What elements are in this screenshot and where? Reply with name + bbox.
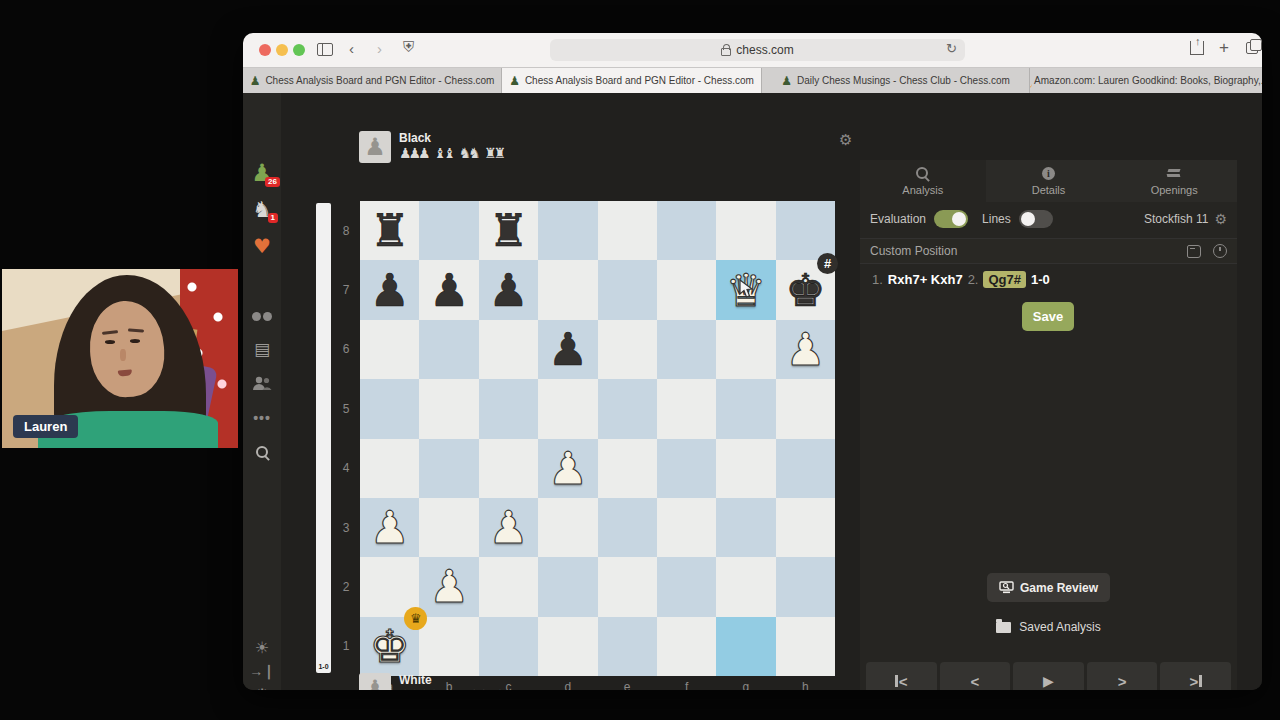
square-g4[interactable] [716, 439, 775, 498]
square-c7[interactable]: ♟ [479, 260, 538, 319]
saved-analysis-link[interactable]: Saved Analysis [860, 620, 1237, 634]
sidebar-toggle-icon[interactable] [317, 43, 333, 56]
square-b8[interactable] [419, 201, 478, 260]
white-avatar[interactable]: ♟ [359, 673, 391, 690]
sign-in-icon: →❘ [249, 663, 275, 679]
square-g1[interactable] [716, 617, 775, 676]
browser-titlebar: ‹ › ⛨ chess.com ↻ ↑ + [243, 33, 1262, 68]
square-a6[interactable] [360, 320, 419, 379]
playback-controls: < < ▶ > > [866, 662, 1231, 690]
white-king-a1: ♚ [370, 624, 410, 669]
square-h7[interactable]: ♚# [776, 260, 835, 319]
previous-move-button[interactable]: < [940, 662, 1011, 690]
move-2-selected[interactable]: Qg7# [983, 271, 1026, 288]
square-f8[interactable] [657, 201, 716, 260]
custom-position-row: Custom Position [860, 238, 1237, 264]
square-c1[interactable] [479, 617, 538, 676]
white-pawn-b2: ♟ [429, 564, 469, 609]
evaluation-result: 1-0 [316, 663, 331, 670]
square-f3[interactable] [657, 498, 716, 557]
square-d4[interactable]: ♟ [538, 439, 597, 498]
white-pawn-a3: ♟ [370, 505, 410, 550]
rank-label-5: 5 [337, 379, 355, 438]
evaluation-toggle[interactable] [934, 210, 968, 228]
black-pawn-c7: ♟ [488, 268, 528, 313]
square-e4[interactable] [598, 439, 657, 498]
square-a4[interactable] [360, 439, 419, 498]
square-g2[interactable] [716, 557, 775, 616]
rank-label-4: 4 [337, 439, 355, 498]
tab-details[interactable]: i Details [986, 160, 1112, 202]
file-label-e: e [598, 680, 657, 690]
url-bar[interactable]: chess.com ↻ [550, 39, 965, 61]
square-e1[interactable] [598, 617, 657, 676]
sidebar-item-search[interactable] [243, 445, 281, 463]
move-1[interactable]: Rxh7+ Kxh7 [888, 272, 963, 287]
black-pawn-b7: ♟ [429, 268, 469, 313]
rank-label-2: 2 [337, 557, 355, 616]
square-h8[interactable] [776, 201, 835, 260]
rank-label-7: 7 [337, 260, 355, 319]
square-g3[interactable] [716, 498, 775, 557]
sidebar-item-play[interactable]: ♟ 26 [243, 161, 281, 185]
square-d6[interactable]: ♟ [538, 320, 597, 379]
details-info-icon: i [1042, 167, 1055, 180]
square-h2[interactable] [776, 557, 835, 616]
avatar-pawn-icon: ♟ [364, 677, 386, 690]
square-a5[interactable] [360, 379, 419, 438]
square-c5[interactable] [479, 379, 538, 438]
square-b4[interactable] [419, 439, 478, 498]
analysis-panel: Analysis i Details Openings Evaluation L… [860, 160, 1237, 690]
black-rook-c8: ♜ [488, 208, 528, 253]
close-window-button[interactable] [259, 44, 271, 56]
clock-icon[interactable] [1213, 244, 1227, 258]
reload-icon[interactable]: ↻ [946, 42, 957, 55]
settings-gear-icon: ⚙ [254, 685, 269, 690]
go-to-start-button[interactable]: < [866, 662, 937, 690]
person-eye [105, 340, 115, 344]
rank-label-6: 6 [337, 320, 355, 379]
square-d8[interactable] [538, 201, 597, 260]
share-icon[interactable]: ↑ [1190, 41, 1204, 55]
white-pawn-h6: ♟ [785, 327, 825, 372]
person-eye [130, 339, 140, 343]
tab-2-active[interactable]: ♟ Chess Analysis Board and PGN Editor - … [502, 68, 762, 93]
square-b2[interactable]: ♟ [419, 557, 478, 616]
sidebar-item-more[interactable]: ••• [243, 410, 281, 426]
square-e5[interactable] [598, 379, 657, 438]
sidebar-item-settings[interactable]: ⚙ [243, 687, 281, 690]
captured-group: ♜♜ [484, 145, 503, 161]
board-settings-gear-icon[interactable]: ⚙ [839, 133, 852, 148]
next-move-button[interactable]: > [1087, 662, 1158, 690]
square-h1[interactable] [776, 617, 835, 676]
black-rook-a8: ♜ [370, 208, 410, 253]
rank-label-1: 1 [337, 617, 355, 676]
square-e2[interactable] [598, 557, 657, 616]
webcam-name-tag: Lauren [13, 415, 78, 438]
chess-board: ♜♜♟♟♟♛♚#♟♟♟♟♟♟♚♛ [360, 201, 835, 676]
play-button[interactable]: ▶ [1013, 662, 1084, 690]
move-number-2: 2. [968, 272, 979, 287]
sidebar-item-theme[interactable]: ☀ [243, 639, 281, 657]
custom-position-label: Custom Position [870, 244, 957, 258]
video-frame: ‹ › ⛨ chess.com ↻ ↑ + ♟ Chess Analysis B… [0, 0, 1280, 720]
winner-crown-badge: ♛ [404, 607, 427, 630]
square-d5[interactable] [538, 379, 597, 438]
square-h6[interactable]: ♟ [776, 320, 835, 379]
sidebar-item-news[interactable]: ▤ [243, 341, 281, 359]
file-label-f: f [657, 680, 716, 690]
square-h5[interactable] [776, 379, 835, 438]
captured-group: ♞♞ [459, 145, 478, 161]
captured-group: ♟♟♟♟ [399, 687, 437, 690]
engine-toggle-row: Evaluation Lines Stockfish 11 ⚙ [860, 202, 1237, 236]
forward-button[interactable]: › [377, 40, 382, 57]
square-d3[interactable] [538, 498, 597, 557]
square-c8[interactable]: ♜ [479, 201, 538, 260]
square-c3[interactable]: ♟ [479, 498, 538, 557]
privacy-shield-icon[interactable]: ⛨ [403, 40, 414, 55]
square-f7[interactable] [657, 260, 716, 319]
chesscom-favicon: ♟ [250, 75, 261, 87]
captured-group: ♝♝ [434, 145, 453, 161]
evaluation-bar: 1-0 [316, 203, 331, 673]
sidebar-item-puzzles[interactable]: ♞ 1 [243, 199, 281, 221]
tab-analysis[interactable]: Analysis [860, 160, 986, 202]
tab-4[interactable]: a Amazon.com: Lauren Goodkind: Books, Bi… [1030, 68, 1262, 93]
black-player-name: Black [399, 131, 503, 145]
rank-label-3: 3 [337, 498, 355, 557]
panel-tabs: Analysis i Details Openings [860, 160, 1237, 202]
square-b3[interactable] [419, 498, 478, 557]
tab-openings[interactable]: Openings [1111, 160, 1237, 202]
square-e7[interactable] [598, 260, 657, 319]
tab-1[interactable]: ♟ Chess Analysis Board and PGN Editor - … [243, 68, 502, 93]
square-c4[interactable] [479, 439, 538, 498]
square-a3[interactable]: ♟ [360, 498, 419, 557]
square-f6[interactable] [657, 320, 716, 379]
square-d1[interactable] [538, 617, 597, 676]
lock-icon [721, 48, 731, 56]
evaluation-label: Evaluation [870, 212, 926, 226]
black-avatar[interactable]: ♟ [359, 131, 391, 163]
chesscom-favicon: ♟ [509, 75, 520, 87]
captured-group: ♛ [493, 687, 503, 690]
black-pawn-a7: ♟ [370, 268, 410, 313]
square-g8[interactable] [716, 201, 775, 260]
chesscom-favicon: ♟ [781, 75, 792, 87]
white-pawn-c3: ♟ [488, 505, 528, 550]
lines-label: Lines [982, 212, 1011, 226]
black-pawn-d6: ♟ [548, 327, 588, 372]
opening-book-icon[interactable] [1187, 245, 1201, 258]
person-nose [120, 349, 126, 361]
square-g5[interactable] [716, 379, 775, 438]
black-king-h7: ♚ [785, 268, 825, 313]
checkmate-badge: # [817, 253, 838, 274]
square-e6[interactable] [598, 320, 657, 379]
white-captured-pieces: ♟♟♟♟♝♝♞♞♛ [399, 687, 503, 690]
game-review-button[interactable]: Game Review [987, 573, 1110, 602]
save-button[interactable]: Save [1022, 302, 1074, 331]
play-badge: 26 [265, 177, 280, 187]
captured-group: ♞♞ [468, 687, 487, 690]
file-label-d: d [538, 680, 597, 690]
mouse-cursor [739, 279, 755, 299]
sidebar-item-watch[interactable] [243, 309, 281, 321]
go-to-end-button[interactable]: > [1160, 662, 1231, 690]
url-text: chess.com [736, 43, 793, 57]
square-h3[interactable] [776, 498, 835, 557]
chesscom-sidebar: ♟ 26 ♞ 1 ♥ ▤ [243, 93, 281, 690]
binoculars-icon [252, 312, 272, 321]
move-list: 1. Rxh7+ Kxh7 2. Qg7# 1-0 [860, 266, 1237, 292]
engine-name: Stockfish 11 [1144, 212, 1208, 226]
square-a7[interactable]: ♟ [360, 260, 419, 319]
new-tab-button[interactable]: + [1219, 38, 1229, 58]
tab-strip: ♟ Chess Analysis Board and PGN Editor - … [243, 68, 1262, 93]
lessons-heart-icon: ♥ [253, 234, 271, 258]
sidebar-item-lessons[interactable]: ♥ [243, 236, 281, 257]
square-f4[interactable] [657, 439, 716, 498]
game-review-icon [999, 581, 1014, 594]
back-button[interactable]: ‹ [349, 40, 354, 57]
folder-icon [996, 622, 1011, 633]
light-mode-icon: ☀ [255, 638, 269, 657]
webcam-video: Lauren [2, 269, 238, 448]
square-b1[interactable] [419, 617, 478, 676]
rank-label-8: 8 [337, 201, 355, 260]
square-e8[interactable] [598, 201, 657, 260]
square-f2[interactable] [657, 557, 716, 616]
white-player-name: White [399, 673, 503, 687]
square-c6[interactable] [479, 320, 538, 379]
square-a8[interactable]: ♜ [360, 201, 419, 260]
square-a1[interactable]: ♚♛ [360, 617, 419, 676]
square-c2[interactable] [479, 557, 538, 616]
square-b5[interactable] [419, 379, 478, 438]
black-captured-pieces: ♟♟♟♝♝♞♞♜♜ [399, 145, 503, 161]
white-player-row: ♟ White ♟♟♟♟♝♝♞♞♛ [359, 673, 503, 690]
square-f5[interactable] [657, 379, 716, 438]
square-b6[interactable] [419, 320, 478, 379]
sidebar-item-social[interactable] [243, 376, 281, 394]
tab-overview-icon[interactable] [1246, 42, 1258, 54]
white-pawn-d4: ♟ [548, 446, 588, 491]
square-d7[interactable] [538, 260, 597, 319]
analysis-icon [916, 167, 929, 180]
lines-toggle[interactable] [1019, 210, 1053, 228]
browser-window: ‹ › ⛨ chess.com ↻ ↑ + ♟ Chess Analysis B… [243, 33, 1262, 690]
search-icon [256, 446, 269, 459]
tab-3[interactable]: ♟ Daily Chess Musings - Chess Club - Che… [762, 68, 1030, 93]
game-result: 1-0 [1031, 272, 1050, 287]
square-h4[interactable] [776, 439, 835, 498]
square-f1[interactable] [657, 617, 716, 676]
square-d2[interactable] [538, 557, 597, 616]
minimize-window-button[interactable] [276, 44, 288, 56]
square-b7[interactable]: ♟ [419, 260, 478, 319]
friends-icon [252, 376, 272, 390]
black-player-row: ♟ Black ♟♟♟♝♝♞♞♜♜ [359, 131, 503, 163]
chesscom-page: ♟ 26 ♞ 1 ♥ ▤ [243, 93, 1262, 690]
openings-books-icon [1167, 168, 1181, 179]
rank-labels: 87654321 [337, 201, 355, 676]
sidebar-item-signin[interactable]: →❘ [243, 663, 281, 679]
file-label-h: h [776, 680, 835, 690]
news-icon: ▤ [254, 339, 270, 359]
zoom-window-button[interactable] [293, 44, 305, 56]
file-label-g: g [716, 680, 775, 690]
captured-group: ♝♝ [443, 687, 462, 690]
puzzles-badge: 1 [268, 213, 278, 223]
engine-settings-gear-icon[interactable]: ⚙ [1214, 212, 1227, 226]
square-g6[interactable] [716, 320, 775, 379]
captured-group: ♟♟♟ [399, 145, 428, 161]
square-e3[interactable] [598, 498, 657, 557]
move-number-1: 1. [872, 272, 883, 287]
avatar-pawn-icon: ♟ [364, 135, 386, 159]
